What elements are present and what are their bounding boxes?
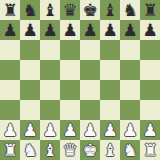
square-a5[interactable]: [0, 60, 20, 80]
square-h4[interactable]: [140, 80, 160, 100]
square-a8[interactable]: ♜: [0, 0, 20, 20]
square-f4[interactable]: [100, 80, 120, 100]
square-f6[interactable]: [100, 40, 120, 60]
square-g2[interactable]: ♟: [120, 120, 140, 140]
square-c1[interactable]: ♝: [40, 140, 60, 160]
square-e5[interactable]: [80, 60, 100, 80]
square-c8[interactable]: ♝: [40, 0, 60, 20]
square-e6[interactable]: [80, 40, 100, 60]
square-f1[interactable]: ♝: [100, 140, 120, 160]
square-e7[interactable]: ♟: [80, 20, 100, 40]
square-b3[interactable]: [20, 100, 40, 120]
piece-white-pawn[interactable]: ♟: [40, 120, 60, 140]
square-e2[interactable]: ♟: [80, 120, 100, 140]
square-e3[interactable]: [80, 100, 100, 120]
square-g8[interactable]: ♞: [120, 0, 140, 20]
square-c7[interactable]: ♟: [40, 20, 60, 40]
square-b7[interactable]: ♟: [20, 20, 40, 40]
square-c4[interactable]: [40, 80, 60, 100]
square-b6[interactable]: [20, 40, 40, 60]
square-h8[interactable]: ♜: [140, 0, 160, 20]
piece-white-pawn[interactable]: ♟: [100, 120, 120, 140]
square-d4[interactable]: [60, 80, 80, 100]
square-h1[interactable]: ♜: [140, 140, 160, 160]
chess-board[interactable]: ♜♞♝♛♚♝♞♜♟♟♟♟♟♟♟♟♟♟♟♟♟♟♟♟♜♞♝♛♚♝♞♜: [0, 0, 160, 160]
piece-black-pawn[interactable]: ♟: [140, 20, 160, 40]
piece-white-queen[interactable]: ♛: [60, 140, 80, 160]
square-g6[interactable]: [120, 40, 140, 60]
square-e4[interactable]: [80, 80, 100, 100]
piece-black-rook[interactable]: ♜: [140, 0, 160, 20]
piece-white-pawn[interactable]: ♟: [20, 120, 40, 140]
piece-black-pawn[interactable]: ♟: [80, 20, 100, 40]
square-a7[interactable]: ♟: [0, 20, 20, 40]
piece-black-pawn[interactable]: ♟: [100, 20, 120, 40]
square-f7[interactable]: ♟: [100, 20, 120, 40]
square-f2[interactable]: ♟: [100, 120, 120, 140]
square-g1[interactable]: ♞: [120, 140, 140, 160]
square-h3[interactable]: [140, 100, 160, 120]
piece-white-bishop[interactable]: ♝: [40, 140, 60, 160]
square-d2[interactable]: ♟: [60, 120, 80, 140]
square-h7[interactable]: ♟: [140, 20, 160, 40]
square-a6[interactable]: [0, 40, 20, 60]
square-f3[interactable]: [100, 100, 120, 120]
square-a1[interactable]: ♜: [0, 140, 20, 160]
square-d8[interactable]: ♛: [60, 0, 80, 20]
square-a3[interactable]: [0, 100, 20, 120]
piece-black-pawn[interactable]: ♟: [60, 20, 80, 40]
piece-black-pawn[interactable]: ♟: [120, 20, 140, 40]
square-c2[interactable]: ♟: [40, 120, 60, 140]
square-a4[interactable]: [0, 80, 20, 100]
square-g7[interactable]: ♟: [120, 20, 140, 40]
square-e8[interactable]: ♚: [80, 0, 100, 20]
piece-black-knight[interactable]: ♞: [120, 0, 140, 20]
square-d3[interactable]: [60, 100, 80, 120]
piece-white-rook[interactable]: ♜: [140, 140, 160, 160]
square-b8[interactable]: ♞: [20, 0, 40, 20]
piece-black-bishop[interactable]: ♝: [40, 0, 60, 20]
piece-white-pawn[interactable]: ♟: [120, 120, 140, 140]
square-c3[interactable]: [40, 100, 60, 120]
square-g4[interactable]: [120, 80, 140, 100]
square-b1[interactable]: ♞: [20, 140, 40, 160]
piece-black-pawn[interactable]: ♟: [40, 20, 60, 40]
piece-black-pawn[interactable]: ♟: [20, 20, 40, 40]
piece-white-knight[interactable]: ♞: [20, 140, 40, 160]
piece-white-pawn[interactable]: ♟: [60, 120, 80, 140]
square-b4[interactable]: [20, 80, 40, 100]
square-a2[interactable]: ♟: [0, 120, 20, 140]
piece-white-rook[interactable]: ♜: [0, 140, 20, 160]
piece-white-pawn[interactable]: ♟: [140, 120, 160, 140]
square-h5[interactable]: [140, 60, 160, 80]
square-d7[interactable]: ♟: [60, 20, 80, 40]
piece-black-pawn[interactable]: ♟: [0, 20, 20, 40]
piece-black-queen[interactable]: ♛: [60, 0, 80, 20]
piece-white-pawn[interactable]: ♟: [80, 120, 100, 140]
piece-white-king[interactable]: ♚: [80, 140, 100, 160]
piece-white-pawn[interactable]: ♟: [0, 120, 20, 140]
square-c5[interactable]: [40, 60, 60, 80]
square-e1[interactable]: ♚: [80, 140, 100, 160]
square-b5[interactable]: [20, 60, 40, 80]
piece-white-knight[interactable]: ♞: [120, 140, 140, 160]
square-d5[interactable]: [60, 60, 80, 80]
square-h6[interactable]: [140, 40, 160, 60]
square-b2[interactable]: ♟: [20, 120, 40, 140]
piece-white-bishop[interactable]: ♝: [100, 140, 120, 160]
square-g3[interactable]: [120, 100, 140, 120]
piece-black-bishop[interactable]: ♝: [100, 0, 120, 20]
piece-black-knight[interactable]: ♞: [20, 0, 40, 20]
square-f5[interactable]: [100, 60, 120, 80]
square-c6[interactable]: [40, 40, 60, 60]
square-d1[interactable]: ♛: [60, 140, 80, 160]
square-f8[interactable]: ♝: [100, 0, 120, 20]
square-h2[interactable]: ♟: [140, 120, 160, 140]
piece-black-rook[interactable]: ♜: [0, 0, 20, 20]
piece-black-king[interactable]: ♚: [80, 0, 100, 20]
square-g5[interactable]: [120, 60, 140, 80]
square-d6[interactable]: [60, 40, 80, 60]
